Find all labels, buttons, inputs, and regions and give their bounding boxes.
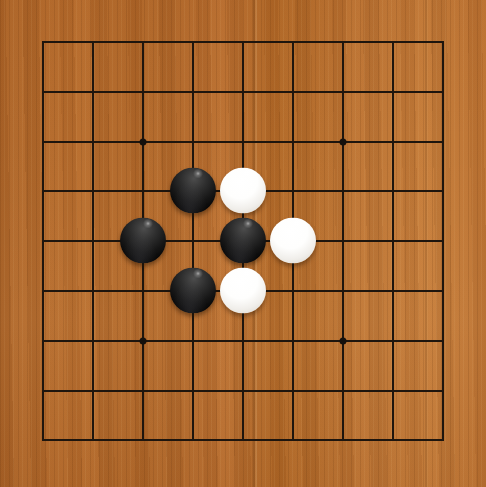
- star-point: [340, 138, 347, 145]
- goban-scene: [0, 0, 486, 487]
- white-stone[interactable]: [220, 168, 266, 214]
- star-point: [140, 138, 147, 145]
- grid-line-horizontal: [42, 340, 444, 342]
- white-stone[interactable]: [220, 268, 266, 314]
- grid-line-horizontal: [42, 439, 444, 441]
- go-board[interactable]: [0, 0, 486, 487]
- star-point: [340, 337, 347, 344]
- grid-line-horizontal: [42, 141, 444, 143]
- black-stone[interactable]: [170, 168, 216, 214]
- grid-line-horizontal: [42, 91, 444, 93]
- black-stone[interactable]: [120, 218, 166, 264]
- star-point: [140, 337, 147, 344]
- grid-line-horizontal: [42, 390, 444, 392]
- black-stone[interactable]: [170, 268, 216, 314]
- grid-line-horizontal: [42, 41, 444, 43]
- white-stone[interactable]: [270, 218, 316, 264]
- black-stone[interactable]: [220, 218, 266, 264]
